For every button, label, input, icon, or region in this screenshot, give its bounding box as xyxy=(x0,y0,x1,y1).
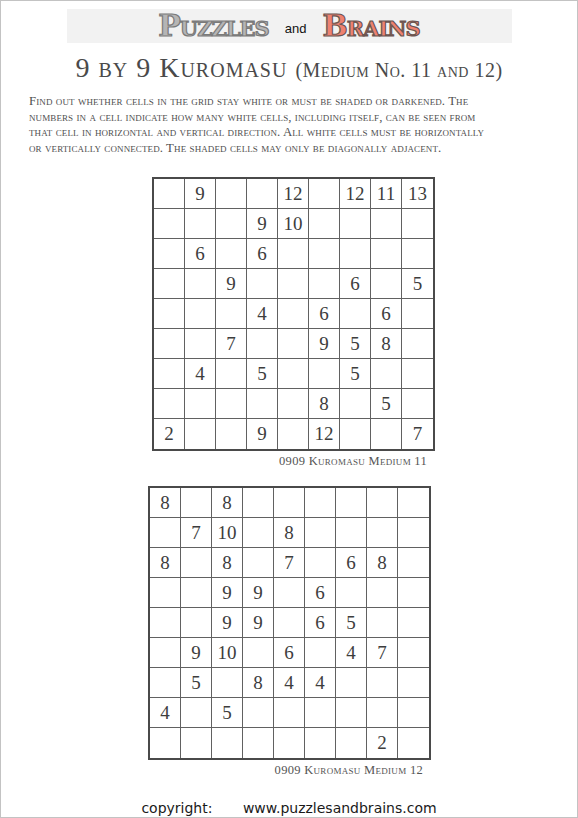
clue-cell[interactable]: 13 xyxy=(402,179,433,209)
empty-cell[interactable] xyxy=(150,638,181,668)
empty-cell[interactable] xyxy=(243,728,274,758)
logo-word-brains: Brains xyxy=(322,11,419,41)
empty-cell[interactable] xyxy=(243,488,274,518)
empty-cell[interactable] xyxy=(154,209,185,239)
copyright-label: copyright: xyxy=(141,800,212,816)
empty-cell[interactable] xyxy=(398,518,429,548)
clue-cell[interactable]: 8 xyxy=(274,518,305,548)
clue-cell[interactable]: 9 xyxy=(309,329,340,359)
empty-cell[interactable] xyxy=(371,239,402,269)
clue-cell[interactable]: 6 xyxy=(336,548,367,578)
empty-cell[interactable] xyxy=(247,389,278,419)
empty-cell[interactable] xyxy=(150,518,181,548)
clue-cell[interactable]: 9 xyxy=(216,269,247,299)
empty-cell[interactable] xyxy=(398,488,429,518)
clue-cell[interactable]: 5 xyxy=(212,698,243,728)
empty-cell[interactable] xyxy=(216,299,247,329)
empty-cell[interactable] xyxy=(398,578,429,608)
empty-cell[interactable] xyxy=(340,299,371,329)
clue-cell[interactable]: 4 xyxy=(274,668,305,698)
clue-cell[interactable]: 7 xyxy=(402,419,433,449)
empty-cell[interactable] xyxy=(154,239,185,269)
empty-cell[interactable] xyxy=(243,638,274,668)
instruction-line: Find out whether cells in the grid stay … xyxy=(29,94,577,110)
empty-cell[interactable] xyxy=(150,608,181,638)
clue-cell[interactable]: 8 xyxy=(212,548,243,578)
empty-cell[interactable] xyxy=(278,419,309,449)
empty-cell[interactable] xyxy=(274,608,305,638)
page-title-main: 9 by 9 Kuromasu xyxy=(75,52,287,83)
empty-cell[interactable] xyxy=(212,668,243,698)
empty-cell[interactable] xyxy=(181,488,212,518)
empty-cell[interactable] xyxy=(247,269,278,299)
empty-cell[interactable] xyxy=(181,608,212,638)
empty-cell[interactable] xyxy=(340,239,371,269)
empty-cell[interactable] xyxy=(154,329,185,359)
empty-cell[interactable] xyxy=(278,299,309,329)
clue-cell[interactable]: 6 xyxy=(305,578,336,608)
empty-cell[interactable] xyxy=(398,638,429,668)
empty-cell[interactable] xyxy=(305,488,336,518)
instructions-text: Find out whether cells in the grid stay … xyxy=(29,94,577,156)
empty-cell[interactable] xyxy=(336,518,367,548)
empty-cell[interactable] xyxy=(402,299,433,329)
clue-cell[interactable]: 5 xyxy=(181,668,212,698)
clue-cell[interactable]: 10 xyxy=(212,638,243,668)
clue-cell[interactable]: 9 xyxy=(247,209,278,239)
kuromasu-grid-medium-12: 8871088876899699659106475844452 xyxy=(148,486,431,760)
clue-cell[interactable]: 8 xyxy=(367,548,398,578)
empty-cell[interactable] xyxy=(398,608,429,638)
puzzle-page: Puzzles and Brains 9 by 9 Kuromasu (Medi… xyxy=(0,0,578,818)
empty-cell[interactable] xyxy=(305,518,336,548)
empty-cell[interactable] xyxy=(305,548,336,578)
clue-cell[interactable]: 6 xyxy=(309,299,340,329)
empty-cell[interactable] xyxy=(398,728,429,758)
clue-cell[interactable]: 10 xyxy=(278,209,309,239)
empty-cell[interactable] xyxy=(402,359,433,389)
page-title-sub: (Medium No. 11 and 12) xyxy=(295,59,502,81)
instruction-line: or vertically connected. The shaded cell… xyxy=(29,141,577,157)
logo-banner: Puzzles and Brains xyxy=(67,9,512,43)
empty-cell[interactable] xyxy=(371,269,402,299)
clue-cell[interactable]: 5 xyxy=(247,359,278,389)
clue-cell[interactable]: 9 xyxy=(212,578,243,608)
empty-cell[interactable] xyxy=(185,389,216,419)
clue-cell[interactable]: 12 xyxy=(340,179,371,209)
empty-cell[interactable] xyxy=(367,608,398,638)
empty-cell[interactable] xyxy=(216,389,247,419)
clue-cell[interactable]: 8 xyxy=(371,329,402,359)
clue-cell[interactable]: 6 xyxy=(340,269,371,299)
clue-cell[interactable]: 2 xyxy=(367,728,398,758)
clue-cell[interactable]: 9 xyxy=(185,179,216,209)
empty-cell[interactable] xyxy=(185,269,216,299)
puzzle-caption-medium-12: 0909 Kuromasu Medium 12 xyxy=(148,763,431,778)
empty-cell[interactable] xyxy=(181,548,212,578)
empty-cell[interactable] xyxy=(243,548,274,578)
empty-cell[interactable] xyxy=(216,179,247,209)
empty-cell[interactable] xyxy=(247,329,278,359)
empty-cell[interactable] xyxy=(305,728,336,758)
clue-cell[interactable]: 11 xyxy=(371,179,402,209)
clue-cell[interactable]: 8 xyxy=(212,488,243,518)
clue-cell[interactable]: 4 xyxy=(150,698,181,728)
empty-cell[interactable] xyxy=(402,329,433,359)
clue-cell[interactable]: 8 xyxy=(243,668,274,698)
empty-cell[interactable] xyxy=(278,269,309,299)
logo-word-and: and xyxy=(285,21,307,36)
empty-cell[interactable] xyxy=(398,548,429,578)
page-title: 9 by 9 Kuromasu (Medium No. 11 and 12) xyxy=(1,52,577,88)
empty-cell[interactable] xyxy=(181,728,212,758)
empty-cell[interactable] xyxy=(274,488,305,518)
clue-cell[interactable]: 9 xyxy=(243,608,274,638)
empty-cell[interactable] xyxy=(216,419,247,449)
empty-cell[interactable] xyxy=(336,698,367,728)
empty-cell[interactable] xyxy=(185,419,216,449)
empty-cell[interactable] xyxy=(309,179,340,209)
empty-cell[interactable] xyxy=(367,698,398,728)
empty-cell[interactable] xyxy=(402,209,433,239)
clue-cell[interactable]: 10 xyxy=(212,518,243,548)
empty-cell[interactable] xyxy=(154,269,185,299)
empty-cell[interactable] xyxy=(154,179,185,209)
website-url: www.puzzlesandbrains.com xyxy=(243,800,437,816)
empty-cell[interactable] xyxy=(305,698,336,728)
empty-cell[interactable] xyxy=(402,389,433,419)
empty-cell[interactable] xyxy=(309,239,340,269)
clue-cell[interactable]: 2 xyxy=(154,419,185,449)
empty-cell[interactable] xyxy=(150,668,181,698)
clue-cell[interactable]: 7 xyxy=(367,638,398,668)
clue-cell[interactable]: 9 xyxy=(247,419,278,449)
empty-cell[interactable] xyxy=(150,728,181,758)
empty-cell[interactable] xyxy=(367,488,398,518)
puzzle-caption-medium-11: 0909 Kuromasu Medium 11 xyxy=(152,454,435,469)
instruction-line: that cell in horizontal and vertical dir… xyxy=(29,125,577,141)
clue-cell[interactable]: 8 xyxy=(150,488,181,518)
clue-cell[interactable]: 9 xyxy=(181,638,212,668)
empty-cell[interactable] xyxy=(247,179,278,209)
empty-cell[interactable] xyxy=(150,578,181,608)
empty-cell[interactable] xyxy=(243,518,274,548)
empty-cell[interactable] xyxy=(371,419,402,449)
empty-cell[interactable] xyxy=(274,728,305,758)
clue-cell[interactable]: 5 xyxy=(402,269,433,299)
clue-cell[interactable]: 6 xyxy=(371,299,402,329)
footer: copyright: www.puzzlesandbrains.com xyxy=(1,800,577,816)
empty-cell[interactable] xyxy=(278,359,309,389)
empty-cell[interactable] xyxy=(278,329,309,359)
clue-cell[interactable]: 6 xyxy=(274,638,305,668)
empty-cell[interactable] xyxy=(398,668,429,698)
clue-cell[interactable]: 4 xyxy=(185,359,216,389)
empty-cell[interactable] xyxy=(371,209,402,239)
clue-cell[interactable]: 4 xyxy=(247,299,278,329)
empty-cell[interactable] xyxy=(367,668,398,698)
empty-cell[interactable] xyxy=(212,728,243,758)
empty-cell[interactable] xyxy=(154,299,185,329)
empty-cell[interactable] xyxy=(402,239,433,269)
clue-cell[interactable]: 12 xyxy=(278,179,309,209)
empty-cell[interactable] xyxy=(309,209,340,239)
empty-cell[interactable] xyxy=(243,698,274,728)
empty-cell[interactable] xyxy=(185,299,216,329)
logo-word-puzzles: Puzzles xyxy=(158,11,268,41)
empty-cell[interactable] xyxy=(336,668,367,698)
empty-cell[interactable] xyxy=(181,578,212,608)
clue-cell[interactable]: 7 xyxy=(274,548,305,578)
empty-cell[interactable] xyxy=(154,359,185,389)
clue-cell[interactable]: 6 xyxy=(185,239,216,269)
clue-cell[interactable]: 9 xyxy=(243,578,274,608)
empty-cell[interactable] xyxy=(278,239,309,269)
clue-cell[interactable]: 5 xyxy=(340,359,371,389)
empty-cell[interactable] xyxy=(367,578,398,608)
empty-cell[interactable] xyxy=(274,698,305,728)
empty-cell[interactable] xyxy=(336,578,367,608)
clue-cell[interactable]: 8 xyxy=(150,548,181,578)
empty-cell[interactable] xyxy=(309,269,340,299)
clue-cell[interactable]: 7 xyxy=(181,518,212,548)
clue-cell[interactable]: 9 xyxy=(212,608,243,638)
empty-cell[interactable] xyxy=(340,389,371,419)
kuromasu-grid-medium-11: 9121211139106696546679584558529127 xyxy=(152,177,435,451)
empty-cell[interactable] xyxy=(398,698,429,728)
empty-cell[interactable] xyxy=(216,239,247,269)
clue-cell[interactable]: 7 xyxy=(216,329,247,359)
clue-cell[interactable]: 5 xyxy=(371,389,402,419)
empty-cell[interactable] xyxy=(309,359,340,389)
clue-cell[interactable]: 5 xyxy=(336,608,367,638)
instruction-line: numbers in a cell indicate how many whit… xyxy=(29,110,577,126)
empty-cell[interactable] xyxy=(278,389,309,419)
clue-cell[interactable]: 4 xyxy=(305,668,336,698)
clue-cell[interactable]: 4 xyxy=(336,638,367,668)
empty-cell[interactable] xyxy=(216,359,247,389)
clue-cell[interactable]: 8 xyxy=(309,389,340,419)
empty-cell[interactable] xyxy=(336,728,367,758)
empty-cell[interactable] xyxy=(216,209,247,239)
empty-cell[interactable] xyxy=(336,488,367,518)
empty-cell[interactable] xyxy=(305,638,336,668)
empty-cell[interactable] xyxy=(185,329,216,359)
empty-cell[interactable] xyxy=(185,209,216,239)
empty-cell[interactable] xyxy=(371,359,402,389)
clue-cell[interactable]: 12 xyxy=(309,419,340,449)
empty-cell[interactable] xyxy=(181,698,212,728)
empty-cell[interactable] xyxy=(274,578,305,608)
empty-cell[interactable] xyxy=(367,518,398,548)
clue-cell[interactable]: 5 xyxy=(340,329,371,359)
empty-cell[interactable] xyxy=(154,389,185,419)
empty-cell[interactable] xyxy=(340,419,371,449)
clue-cell[interactable]: 6 xyxy=(247,239,278,269)
clue-cell[interactable]: 6 xyxy=(305,608,336,638)
empty-cell[interactable] xyxy=(340,209,371,239)
